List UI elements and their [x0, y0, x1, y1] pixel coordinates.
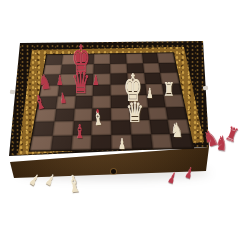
- piece-red-bishop-c2[interactable]: ♝: [75, 122, 85, 141]
- captured-white-pawn-toppled[interactable]: ♟: [44, 172, 57, 188]
- captured-red-pawn-toppled[interactable]: ♟: [166, 170, 178, 186]
- piece-white-bishop-d3[interactable]: ♝: [92, 109, 104, 129]
- piece-white-rook-h5[interactable]: ♜: [163, 80, 175, 99]
- piece-red-knight-a5[interactable]: ♞: [38, 71, 52, 92]
- piece-red-pawn-b4[interactable]: ♟: [59, 91, 67, 106]
- pieces-layer: ♚♛♞♝♝♟♟♟♚♛♜♝♞♟♟♟♟♝♟♟♞♞♜: [0, 0, 240, 240]
- piece-red-bishop-a4[interactable]: ♝: [33, 92, 48, 113]
- piece-white-pawn-g5[interactable]: ♟: [147, 86, 153, 100]
- piece-white-knight-h2[interactable]: ♞: [171, 120, 184, 140]
- captured-red-pawn-toppled[interactable]: ♟: [183, 165, 194, 181]
- piece-red-pawn-b6[interactable]: ♟: [57, 73, 63, 87]
- piece-white-pawn-e1[interactable]: ♟: [119, 137, 126, 152]
- red-finial-dot: [96, 109, 99, 113]
- piece-red-queen-c5[interactable]: ♛: [71, 68, 90, 98]
- captured-white-pawn-toppled[interactable]: ♟: [27, 172, 41, 188]
- captured-red-knight[interactable]: ♞: [214, 132, 230, 154]
- piece-red-pawn-d6[interactable]: ♟: [93, 73, 99, 87]
- photo-scene: ♚♛♞♝♝♟♟♟♚♛♜♝♞♟♟♟♟♝♟♟♞♞♜: [0, 0, 240, 240]
- captured-white-bishop[interactable]: ♝: [66, 172, 81, 196]
- piece-white-queen-f3[interactable]: ♛: [126, 99, 144, 127]
